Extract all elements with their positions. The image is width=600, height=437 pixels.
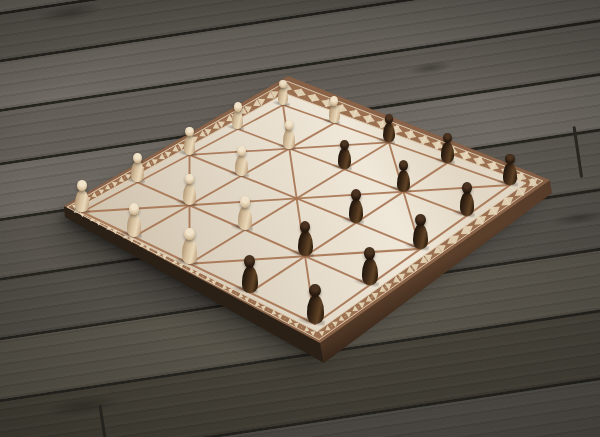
peg-body — [232, 110, 243, 129]
peg-head — [505, 154, 514, 165]
peg-head — [399, 160, 408, 171]
black-peg[interactable] — [338, 140, 351, 169]
peg-head — [309, 284, 321, 298]
black-peg[interactable] — [307, 284, 324, 324]
peg-head — [385, 114, 393, 124]
black-peg[interactable] — [397, 161, 410, 192]
black-peg[interactable] — [383, 115, 395, 143]
peg-body — [383, 123, 395, 143]
peg-head — [351, 189, 361, 200]
peg-head — [340, 140, 349, 150]
white-peg[interactable] — [238, 197, 252, 230]
white-peg[interactable] — [184, 127, 196, 155]
white-peg[interactable] — [278, 80, 289, 105]
peg-head — [77, 180, 86, 191]
peg-body — [235, 155, 248, 176]
peg-head — [285, 120, 293, 130]
black-peg[interactable] — [441, 134, 454, 163]
alquerque-board — [0, 0, 600, 437]
peg-body — [460, 192, 474, 215]
photo-scene — [0, 0, 600, 437]
peg-head — [129, 203, 139, 215]
peg-body — [238, 206, 252, 230]
black-peg[interactable] — [413, 214, 428, 249]
peg-body — [329, 104, 340, 123]
peg-body — [283, 129, 295, 149]
peg-body — [362, 258, 378, 285]
peg-body — [307, 295, 324, 324]
peg-head — [279, 80, 286, 89]
peg-head — [330, 96, 338, 105]
peg-body — [242, 266, 258, 293]
peg-head — [443, 133, 452, 143]
peg-body — [75, 190, 88, 212]
peg-head — [185, 174, 194, 185]
peg-head — [133, 153, 142, 163]
peg-body — [298, 231, 313, 256]
peg-body — [413, 224, 428, 249]
peg-body — [278, 87, 289, 105]
peg-body — [127, 213, 141, 237]
peg-body — [183, 183, 196, 205]
white-peg[interactable] — [75, 181, 88, 212]
white-peg[interactable] — [183, 174, 196, 205]
white-peg[interactable] — [131, 153, 144, 182]
white-peg[interactable] — [283, 121, 295, 149]
peg-head — [364, 247, 375, 260]
black-peg[interactable] — [460, 183, 474, 216]
peg-head — [185, 127, 193, 137]
peg-body — [184, 135, 196, 155]
peg-head — [184, 228, 195, 240]
black-peg[interactable] — [298, 221, 313, 256]
peg-body — [397, 170, 410, 192]
white-peg[interactable] — [329, 97, 340, 123]
peg-head — [462, 182, 472, 193]
black-peg[interactable] — [362, 248, 378, 285]
peg-head — [240, 196, 250, 207]
peg-body — [503, 163, 516, 185]
peg-head — [234, 102, 242, 111]
peg-head — [244, 255, 255, 268]
peg-head — [237, 146, 246, 156]
peg-body — [182, 238, 197, 263]
peg-body — [131, 161, 144, 182]
peg-body — [349, 199, 363, 223]
white-peg[interactable] — [235, 147, 248, 176]
white-peg[interactable] — [127, 204, 141, 237]
black-peg[interactable] — [242, 255, 258, 292]
peg-head — [300, 221, 311, 233]
peg-body — [338, 148, 351, 169]
black-peg[interactable] — [349, 190, 363, 223]
peg-head — [415, 214, 425, 226]
black-peg[interactable] — [503, 154, 516, 185]
white-peg[interactable] — [182, 229, 197, 264]
white-peg[interactable] — [232, 103, 243, 129]
peg-body — [441, 142, 454, 163]
